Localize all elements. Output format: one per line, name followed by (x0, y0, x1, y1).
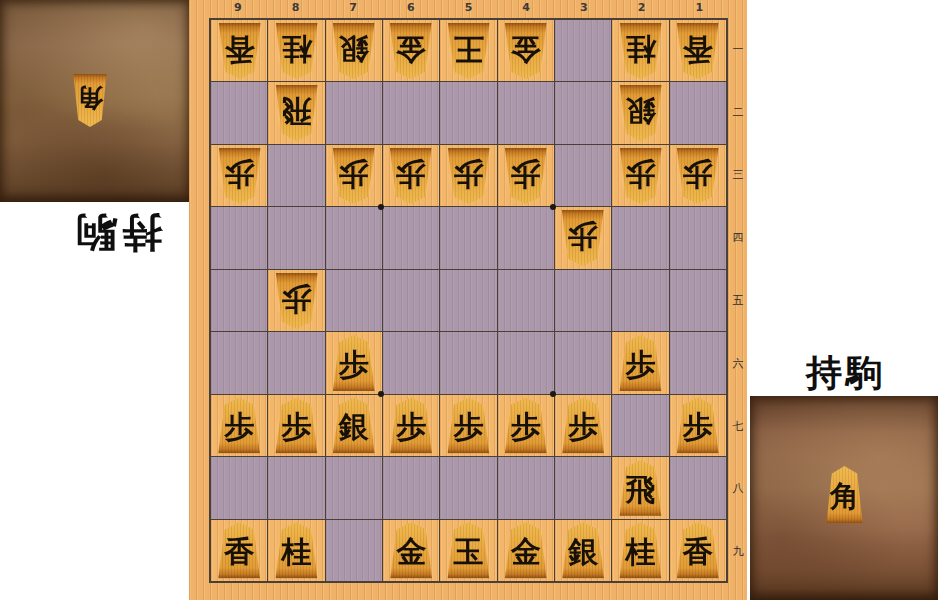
square-5-6[interactable] (440, 332, 496, 393)
square-3-2[interactable] (555, 82, 611, 143)
piece-sente-pawn[interactable]: 歩 (216, 397, 263, 453)
file-label-2: 2 (613, 1, 671, 16)
square-5-8[interactable] (440, 457, 496, 518)
piece-kanji: 歩 (568, 412, 598, 442)
square-3-4[interactable]: 歩 (555, 207, 611, 268)
piece-kanji: 歩 (281, 412, 311, 442)
piece-sente-pawn[interactable]: 歩 (273, 397, 320, 453)
shogi-app: 角 持駒 987654321 一二三四五六七八九 香桂銀金王金桂香飛銀歩歩歩歩歩… (0, 0, 938, 600)
piece-gote-knight[interactable]: 桂 (617, 23, 664, 79)
piece-kanji: 銀 (568, 537, 598, 567)
square-5-3[interactable]: 歩 (440, 145, 496, 206)
square-9-3[interactable]: 歩 (211, 145, 267, 206)
square-6-8[interactable] (383, 457, 439, 518)
board-grid: 香桂銀金王金桂香飛銀歩歩歩歩歩歩歩歩歩歩歩歩歩銀歩歩歩歩歩飛香桂金玉金銀桂香 (209, 18, 728, 583)
square-5-1[interactable]: 王 (440, 20, 496, 81)
square-5-7[interactable]: 歩 (440, 395, 496, 456)
piece-kanji: 金 (511, 537, 541, 567)
piece-kanji: 歩 (224, 159, 254, 189)
square-4-6[interactable] (498, 332, 554, 393)
piece-sente-king[interactable]: 玉 (445, 522, 492, 578)
square-1-1[interactable]: 香 (670, 20, 726, 81)
piece-kanji: 歩 (683, 412, 713, 442)
piece-gote-pawn[interactable]: 歩 (273, 273, 320, 329)
star-point (378, 204, 384, 210)
piece-kanji: 桂 (281, 34, 311, 64)
piece-sente-pawn[interactable]: 歩 (674, 397, 721, 453)
square-1-2[interactable] (670, 82, 726, 143)
piece-kanji: 金 (396, 34, 426, 64)
piece-sente-pawn[interactable]: 歩 (617, 335, 664, 391)
square-4-9[interactable]: 金 (498, 520, 554, 581)
piece-kanji: 歩 (683, 159, 713, 189)
file-labels: 987654321 (209, 1, 728, 16)
square-7-2[interactable] (326, 82, 382, 143)
piece-kanji: 歩 (281, 284, 311, 314)
piece-sente-pawn[interactable]: 歩 (330, 335, 377, 391)
square-1-6[interactable] (670, 332, 726, 393)
piece-sente-silver[interactable]: 銀 (559, 522, 606, 578)
piece-sente-rook[interactable]: 飛 (617, 460, 664, 516)
square-8-9[interactable]: 桂 (268, 520, 324, 581)
piece-gote-lance[interactable]: 香 (216, 23, 263, 79)
piece-kanji: 歩 (339, 159, 369, 189)
piece-gote-silver[interactable]: 銀 (330, 23, 377, 79)
piece-kanji: 金 (511, 34, 541, 64)
square-1-9[interactable]: 香 (670, 520, 726, 581)
gote-hand-title: 持駒 (41, 205, 191, 260)
square-3-1[interactable] (555, 20, 611, 81)
square-7-7[interactable]: 銀 (326, 395, 382, 456)
piece-kanji: 銀 (339, 34, 369, 64)
square-5-5[interactable] (440, 270, 496, 331)
piece-sente-lance[interactable]: 香 (674, 522, 721, 578)
piece-sente-pawn[interactable]: 歩 (559, 397, 606, 453)
star-point (550, 204, 556, 210)
square-9-1[interactable]: 香 (211, 20, 267, 81)
gote-hand-tray: 角 (0, 0, 190, 202)
file-label-7: 7 (324, 1, 382, 16)
piece-kanji: 角 (830, 482, 859, 511)
rank-label-9: 九 (730, 520, 746, 583)
square-2-1[interactable]: 桂 (612, 20, 668, 81)
square-5-2[interactable] (440, 82, 496, 143)
piece-kanji: 歩 (511, 159, 541, 189)
square-6-6[interactable] (383, 332, 439, 393)
star-point (550, 391, 556, 397)
piece-gote-gold[interactable]: 金 (502, 23, 549, 79)
square-1-4[interactable] (670, 207, 726, 268)
square-6-9[interactable]: 金 (383, 520, 439, 581)
piece-gote-pawn[interactable]: 歩 (330, 148, 377, 204)
square-1-3[interactable]: 歩 (670, 145, 726, 206)
square-4-7[interactable]: 歩 (498, 395, 554, 456)
square-8-7[interactable]: 歩 (268, 395, 324, 456)
square-3-9[interactable]: 銀 (555, 520, 611, 581)
file-label-1: 1 (670, 1, 728, 16)
square-2-2[interactable]: 銀 (612, 82, 668, 143)
piece-kanji: 歩 (625, 159, 655, 189)
piece-gote-lance[interactable]: 香 (674, 23, 721, 79)
square-9-9[interactable]: 香 (211, 520, 267, 581)
square-1-5[interactable] (670, 270, 726, 331)
piece-kanji: 歩 (568, 221, 598, 251)
square-7-9[interactable] (326, 520, 382, 581)
piece-gote-pawn[interactable]: 歩 (617, 148, 664, 204)
rank-label-8: 八 (730, 457, 746, 520)
square-9-6[interactable] (211, 332, 267, 393)
square-7-5[interactable] (326, 270, 382, 331)
square-4-4[interactable] (498, 207, 554, 268)
piece-gote-gold[interactable]: 金 (387, 23, 434, 79)
piece-sente-knight[interactable]: 桂 (617, 522, 664, 578)
file-label-5: 5 (440, 1, 498, 16)
sente-hand-title: 持駒 (794, 349, 898, 398)
rank-label-4: 四 (730, 206, 746, 269)
piece-gote-pawn[interactable]: 歩 (216, 148, 263, 204)
piece-kanji: 歩 (396, 159, 426, 189)
square-9-8[interactable] (211, 457, 267, 518)
rank-label-3: 三 (730, 144, 746, 207)
square-2-3[interactable]: 歩 (612, 145, 668, 206)
piece-gote-pawn[interactable]: 歩 (559, 210, 606, 266)
square-4-8[interactable] (498, 457, 554, 518)
piece-gote-pawn[interactable]: 歩 (445, 148, 492, 204)
square-3-7[interactable]: 歩 (555, 395, 611, 456)
piece-kanji: 飛 (625, 475, 655, 505)
piece-sente-gold[interactable]: 金 (387, 522, 434, 578)
piece-sente-pawn[interactable]: 歩 (387, 397, 434, 453)
square-2-7[interactable] (612, 395, 668, 456)
square-6-2[interactable] (383, 82, 439, 143)
piece-kanji: 金 (396, 537, 426, 567)
piece-gote-king[interactable]: 王 (445, 23, 492, 79)
square-4-3[interactable]: 歩 (498, 145, 554, 206)
square-8-3[interactable] (268, 145, 324, 206)
piece-sente-lance[interactable]: 香 (216, 522, 263, 578)
square-9-2[interactable] (211, 82, 267, 143)
square-7-1[interactable]: 銀 (326, 20, 382, 81)
file-label-8: 8 (267, 1, 325, 16)
square-6-5[interactable] (383, 270, 439, 331)
piece-sente-silver[interactable]: 銀 (330, 397, 377, 453)
piece-kanji: 歩 (511, 412, 541, 442)
piece-kanji: 歩 (453, 159, 483, 189)
square-8-8[interactable] (268, 457, 324, 518)
square-7-3[interactable]: 歩 (326, 145, 382, 206)
piece-kanji: 歩 (224, 412, 254, 442)
file-label-4: 4 (497, 1, 555, 16)
piece-kanji: 香 (224, 537, 254, 567)
star-point (378, 391, 384, 397)
square-8-5[interactable]: 歩 (268, 270, 324, 331)
rank-label-1: 一 (730, 18, 746, 81)
square-8-6[interactable] (268, 332, 324, 393)
piece-kanji: 桂 (281, 537, 311, 567)
square-6-1[interactable]: 金 (383, 20, 439, 81)
piece-kanji: 銀 (625, 96, 655, 126)
square-3-6[interactable] (555, 332, 611, 393)
piece-sente-pawn[interactable]: 歩 (445, 397, 492, 453)
piece-kanji: 飛 (281, 96, 311, 126)
piece-gote-pawn[interactable]: 歩 (674, 148, 721, 204)
piece-gote-silver[interactable]: 銀 (617, 85, 664, 141)
piece-gote-pawn[interactable]: 歩 (387, 148, 434, 204)
piece-gote-rook[interactable]: 飛 (273, 85, 320, 141)
square-3-8[interactable] (555, 457, 611, 518)
square-7-8[interactable] (326, 457, 382, 518)
square-4-1[interactable]: 金 (498, 20, 554, 81)
square-6-4[interactable] (383, 207, 439, 268)
piece-kanji: 香 (683, 537, 713, 567)
square-9-7[interactable]: 歩 (211, 395, 267, 456)
piece-kanji: 玉 (453, 537, 483, 567)
square-2-9[interactable]: 桂 (612, 520, 668, 581)
sente-hand-tray: 角 (750, 396, 938, 600)
piece-kanji: 銀 (339, 412, 369, 442)
piece-kanji: 桂 (625, 537, 655, 567)
rank-label-2: 二 (730, 81, 746, 144)
piece-sente-bishop[interactable]: 角 (824, 466, 865, 523)
square-7-4[interactable] (326, 207, 382, 268)
piece-kanji: 角 (77, 86, 103, 112)
square-6-3[interactable]: 歩 (383, 145, 439, 206)
square-3-3[interactable] (555, 145, 611, 206)
square-2-5[interactable] (612, 270, 668, 331)
square-5-4[interactable] (440, 207, 496, 268)
square-7-6[interactable]: 歩 (326, 332, 382, 393)
piece-gote-knight[interactable]: 桂 (273, 23, 320, 79)
piece-kanji: 歩 (625, 350, 655, 380)
square-6-7[interactable]: 歩 (383, 395, 439, 456)
rank-labels: 一二三四五六七八九 (730, 18, 746, 583)
file-label-9: 9 (209, 1, 267, 16)
rank-label-6: 六 (730, 332, 746, 395)
rank-label-7: 七 (730, 395, 746, 458)
piece-gote-bishop[interactable]: 角 (71, 74, 109, 127)
square-2-4[interactable] (612, 207, 668, 268)
square-1-7[interactable]: 歩 (670, 395, 726, 456)
square-3-5[interactable] (555, 270, 611, 331)
piece-kanji: 香 (683, 34, 713, 64)
piece-gote-pawn[interactable]: 歩 (502, 148, 549, 204)
piece-kanji: 歩 (339, 350, 369, 380)
square-9-5[interactable] (211, 270, 267, 331)
rank-label-5: 五 (730, 269, 746, 332)
file-label-3: 3 (555, 1, 613, 16)
square-8-4[interactable] (268, 207, 324, 268)
piece-kanji: 歩 (453, 412, 483, 442)
shogi-board: 987654321 一二三四五六七八九 香桂銀金王金桂香飛銀歩歩歩歩歩歩歩歩歩歩… (189, 0, 747, 600)
piece-sente-knight[interactable]: 桂 (273, 522, 320, 578)
square-2-8[interactable]: 飛 (612, 457, 668, 518)
piece-kanji: 王 (453, 34, 483, 64)
square-1-8[interactable] (670, 457, 726, 518)
square-4-2[interactable] (498, 82, 554, 143)
square-4-5[interactable] (498, 270, 554, 331)
piece-sente-pawn[interactable]: 歩 (502, 397, 549, 453)
square-5-9[interactable]: 玉 (440, 520, 496, 581)
file-label-6: 6 (382, 1, 440, 16)
square-2-6[interactable]: 歩 (612, 332, 668, 393)
square-8-2[interactable]: 飛 (268, 82, 324, 143)
piece-sente-gold[interactable]: 金 (502, 522, 549, 578)
square-9-4[interactable] (211, 207, 267, 268)
square-8-1[interactable]: 桂 (268, 20, 324, 81)
piece-kanji: 歩 (396, 412, 426, 442)
piece-kanji: 香 (224, 34, 254, 64)
piece-kanji: 桂 (625, 34, 655, 64)
